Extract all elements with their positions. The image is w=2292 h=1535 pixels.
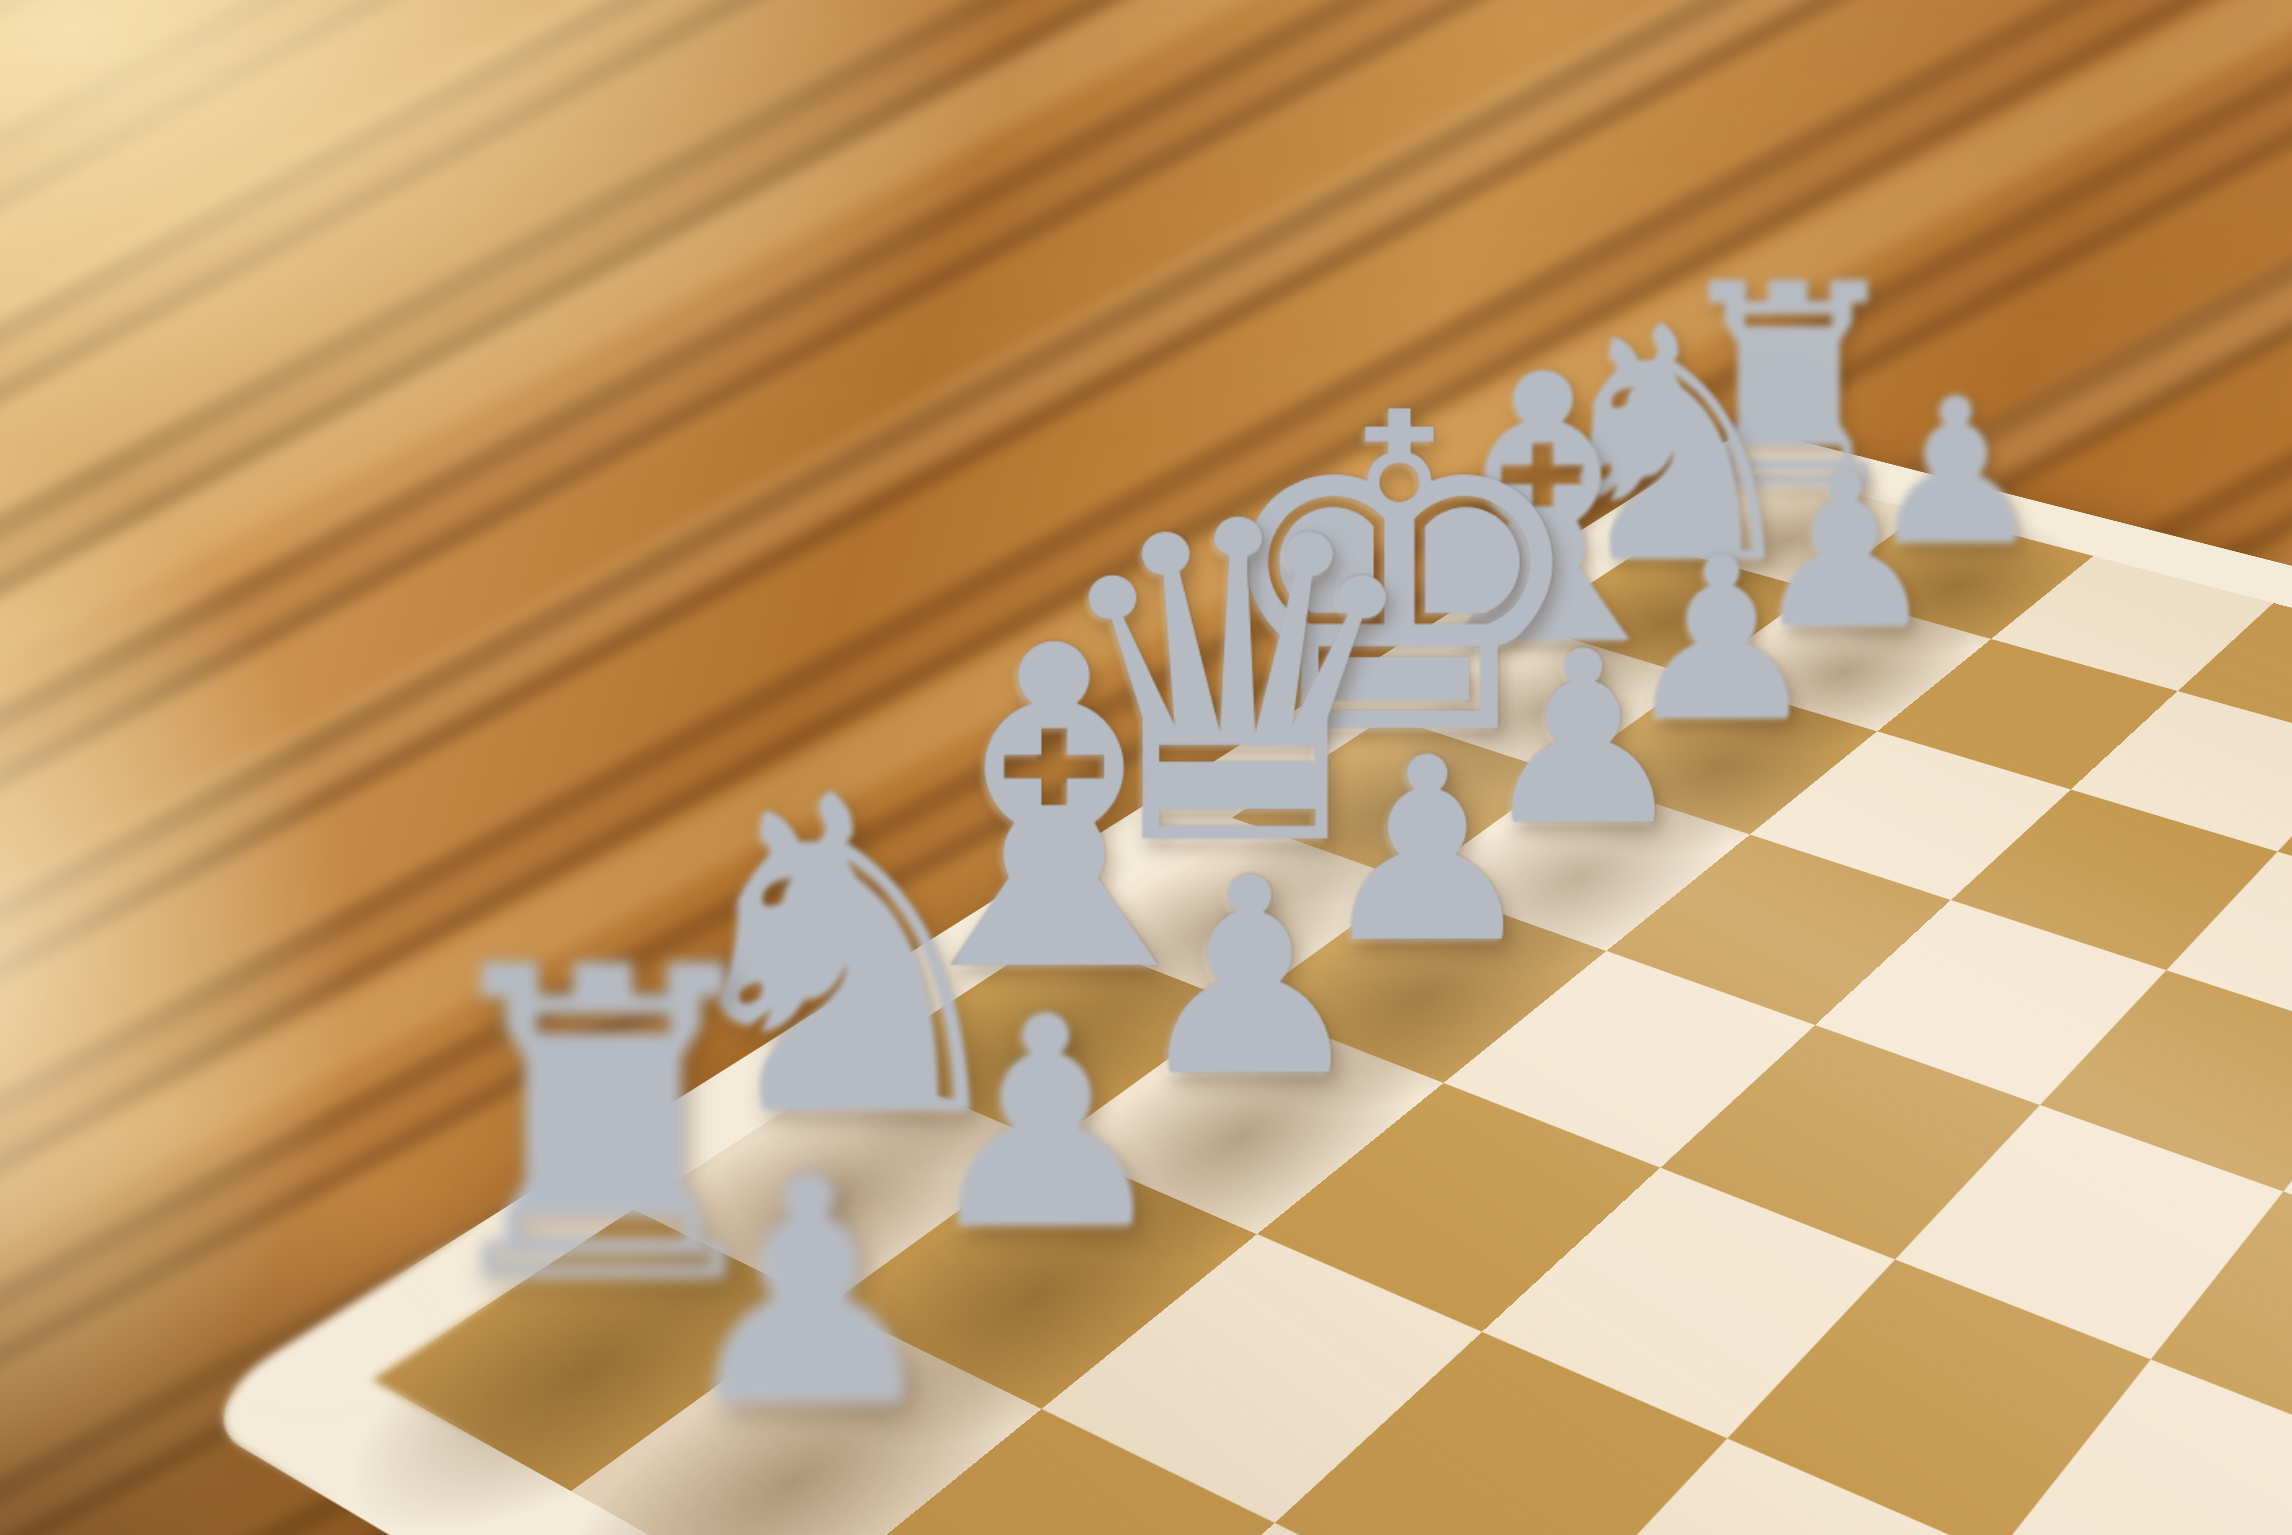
depth-of-field-near-blur — [0, 820, 1040, 1535]
photo-scene: ♜♞♝♛♚♝♞♜♟♟♟♟♟♟♟♟ — [0, 0, 2292, 1535]
square-d5 — [1895, 1105, 2283, 1359]
depth-of-field-far-blur — [1142, 0, 2292, 760]
